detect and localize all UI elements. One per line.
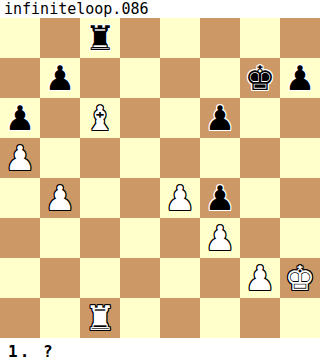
square-h2[interactable]: ♚ [280,258,320,298]
chess-board: ♜♟♚♟♟♝♟♟♟♟♟♟♟♚♜ [0,18,320,338]
square-f5[interactable] [200,138,240,178]
square-h8[interactable] [280,18,320,58]
square-a7[interactable] [0,58,40,98]
square-b6[interactable] [40,98,80,138]
piece-white-pawn: ♟ [5,138,35,178]
square-b2[interactable] [40,258,80,298]
square-e1[interactable] [160,298,200,338]
square-d5[interactable] [120,138,160,178]
square-b3[interactable] [40,218,80,258]
square-d2[interactable] [120,258,160,298]
square-b8[interactable] [40,18,80,58]
piece-black-pawn: ♟ [5,98,35,138]
square-c3[interactable] [80,218,120,258]
puzzle-page: infiniteloop.086 ♜♟♚♟♟♝♟♟♟♟♟♟♟♚♜ 1. ? [0,0,320,360]
square-f4[interactable]: ♟ [200,178,240,218]
square-g3[interactable] [240,218,280,258]
square-e7[interactable] [160,58,200,98]
piece-black-pawn: ♟ [45,58,75,98]
square-d6[interactable] [120,98,160,138]
piece-black-rook: ♜ [85,18,115,58]
square-a5[interactable]: ♟ [0,138,40,178]
move-prompt: 1. ? [0,338,320,360]
square-f2[interactable] [200,258,240,298]
square-c7[interactable] [80,58,120,98]
puzzle-title: infiniteloop.086 [0,0,320,18]
piece-white-pawn: ♟ [245,258,275,298]
square-h5[interactable] [280,138,320,178]
square-e5[interactable] [160,138,200,178]
square-h7[interactable]: ♟ [280,58,320,98]
square-f3[interactable]: ♟ [200,218,240,258]
square-a1[interactable] [0,298,40,338]
square-b5[interactable] [40,138,80,178]
square-f7[interactable] [200,58,240,98]
square-g1[interactable] [240,298,280,338]
piece-black-pawn: ♟ [285,58,315,98]
piece-white-pawn: ♟ [165,178,195,218]
square-b1[interactable] [40,298,80,338]
square-g4[interactable] [240,178,280,218]
square-h4[interactable] [280,178,320,218]
piece-white-pawn: ♟ [205,218,235,258]
square-e3[interactable] [160,218,200,258]
square-a2[interactable] [0,258,40,298]
square-g7[interactable]: ♚ [240,58,280,98]
square-g2[interactable]: ♟ [240,258,280,298]
square-c8[interactable]: ♜ [80,18,120,58]
square-a4[interactable] [0,178,40,218]
square-e2[interactable] [160,258,200,298]
square-h6[interactable] [280,98,320,138]
piece-white-bishop: ♝ [85,98,115,138]
piece-black-pawn: ♟ [205,98,235,138]
piece-black-pawn: ♟ [205,178,235,218]
square-h1[interactable] [280,298,320,338]
piece-white-king: ♚ [285,258,315,298]
square-c5[interactable] [80,138,120,178]
square-a3[interactable] [0,218,40,258]
square-c4[interactable] [80,178,120,218]
square-d3[interactable] [120,218,160,258]
square-e8[interactable] [160,18,200,58]
square-h3[interactable] [280,218,320,258]
square-e6[interactable] [160,98,200,138]
square-f6[interactable]: ♟ [200,98,240,138]
square-a8[interactable] [0,18,40,58]
square-c2[interactable] [80,258,120,298]
square-g5[interactable] [240,138,280,178]
square-d1[interactable] [120,298,160,338]
square-b7[interactable]: ♟ [40,58,80,98]
square-c6[interactable]: ♝ [80,98,120,138]
piece-white-pawn: ♟ [45,178,75,218]
square-d7[interactable] [120,58,160,98]
square-d8[interactable] [120,18,160,58]
square-a6[interactable]: ♟ [0,98,40,138]
piece-white-rook: ♜ [85,298,115,338]
square-g8[interactable] [240,18,280,58]
square-d4[interactable] [120,178,160,218]
square-f1[interactable] [200,298,240,338]
piece-black-king: ♚ [245,58,275,98]
square-c1[interactable]: ♜ [80,298,120,338]
square-b4[interactable]: ♟ [40,178,80,218]
square-e4[interactable]: ♟ [160,178,200,218]
square-f8[interactable] [200,18,240,58]
square-g6[interactable] [240,98,280,138]
